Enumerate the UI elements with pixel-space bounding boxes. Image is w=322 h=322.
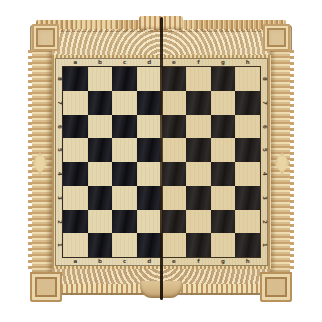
square-b8[interactable] bbox=[88, 67, 113, 91]
square-c8[interactable] bbox=[112, 67, 137, 91]
corner-tower-top-right bbox=[263, 24, 290, 51]
square-b4[interactable] bbox=[88, 162, 113, 186]
square-d8[interactable] bbox=[137, 67, 162, 91]
coordinate-label: d bbox=[137, 257, 162, 266]
square-c5[interactable] bbox=[112, 138, 137, 162]
square-a4[interactable] bbox=[63, 162, 88, 186]
coordinate-label: c bbox=[112, 58, 137, 67]
square-d2[interactable] bbox=[137, 210, 162, 234]
square-c7[interactable] bbox=[112, 91, 137, 115]
square-c4[interactable] bbox=[112, 162, 137, 186]
coordinate-label: a bbox=[63, 58, 88, 67]
square-d1[interactable] bbox=[137, 233, 162, 257]
coordinate-label: a bbox=[63, 257, 88, 266]
coordinate-label: d bbox=[137, 58, 162, 67]
square-d4[interactable] bbox=[137, 162, 162, 186]
square-c2[interactable] bbox=[112, 210, 137, 234]
coordinate-label: b bbox=[88, 58, 113, 67]
square-d6[interactable] bbox=[137, 115, 162, 139]
square-d7[interactable] bbox=[137, 91, 162, 115]
square-a7[interactable] bbox=[63, 91, 88, 115]
square-b6[interactable] bbox=[88, 115, 113, 139]
foot-bottom-left bbox=[30, 272, 62, 302]
square-a3[interactable] bbox=[63, 186, 88, 210]
square-d3[interactable] bbox=[137, 186, 162, 210]
square-b5[interactable] bbox=[88, 138, 113, 162]
square-b1[interactable] bbox=[88, 233, 113, 257]
square-c1[interactable] bbox=[112, 233, 137, 257]
square-d5[interactable] bbox=[137, 138, 162, 162]
square-c6[interactable] bbox=[112, 115, 137, 139]
square-b7[interactable] bbox=[88, 91, 113, 115]
square-a1[interactable] bbox=[63, 233, 88, 257]
square-a8[interactable] bbox=[63, 67, 88, 91]
right-half-wood-tint bbox=[161, 58, 268, 266]
rank-labels-left: 87654321 bbox=[55, 67, 63, 257]
photo-background: abcdefgh abcdefgh 87654321 87654321 bbox=[0, 0, 322, 322]
square-b2[interactable] bbox=[88, 210, 113, 234]
fold-seam bbox=[160, 17, 164, 300]
square-b3[interactable] bbox=[88, 186, 113, 210]
corner-tower-top-left bbox=[32, 24, 59, 51]
coordinate-label: c bbox=[112, 257, 137, 266]
square-a6[interactable] bbox=[63, 115, 88, 139]
square-a5[interactable] bbox=[63, 138, 88, 162]
foot-bottom-right bbox=[260, 272, 292, 302]
coordinate-label: b bbox=[88, 257, 113, 266]
square-c3[interactable] bbox=[112, 186, 137, 210]
square-a2[interactable] bbox=[63, 210, 88, 234]
